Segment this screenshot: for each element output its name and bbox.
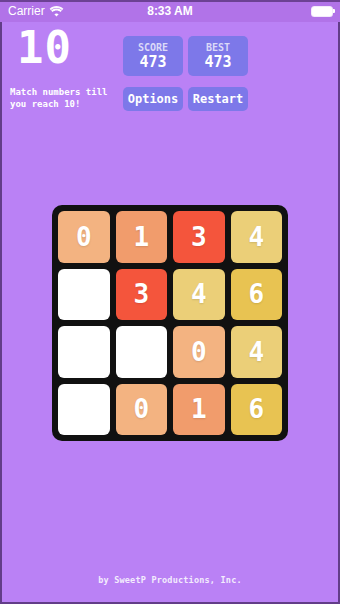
battery-icon (312, 7, 332, 16)
tile-4: 4 (231, 326, 283, 378)
tagline-line-1: Match numbers till (10, 86, 108, 98)
empty-cell (58, 384, 110, 436)
tile-1: 1 (116, 211, 168, 263)
tile-1: 1 (173, 384, 225, 436)
game-board[interactable]: 013434604016 (52, 205, 288, 441)
footer-credit: by SweetP Productions, Inc. (0, 575, 340, 585)
tagline: Match numbers till you reach 10! (10, 86, 108, 110)
best-label: BEST (206, 43, 230, 53)
tile-0: 0 (58, 211, 110, 263)
restart-button[interactable]: Restart (188, 87, 248, 111)
score-box: SCORE 473 (123, 36, 183, 76)
tile-3: 3 (173, 211, 225, 263)
status-bar-left: Carrier (8, 4, 64, 18)
tile-4: 4 (231, 211, 283, 263)
tile-0: 0 (116, 384, 168, 436)
tile-3: 3 (116, 269, 168, 321)
score-value: 473 (139, 55, 166, 70)
empty-cell (116, 326, 168, 378)
carrier-label: Carrier (8, 4, 45, 18)
score-label: SCORE (138, 43, 168, 53)
app-screen: Carrier 8:33 AM 10 Match numbers till yo… (0, 0, 340, 604)
tile-6: 6 (231, 384, 283, 436)
best-value: 473 (204, 55, 231, 70)
empty-cell (58, 326, 110, 378)
app-title: 10 (17, 25, 72, 71)
wifi-icon (49, 6, 64, 17)
status-bar-right (312, 7, 332, 16)
empty-cell (58, 269, 110, 321)
tagline-line-2: you reach 10! (10, 98, 108, 110)
tile-0: 0 (173, 326, 225, 378)
tile-6: 6 (231, 269, 283, 321)
best-box: BEST 473 (188, 36, 248, 76)
status-bar: Carrier 8:33 AM (0, 0, 340, 22)
options-button[interactable]: Options (123, 87, 183, 111)
tile-4: 4 (173, 269, 225, 321)
